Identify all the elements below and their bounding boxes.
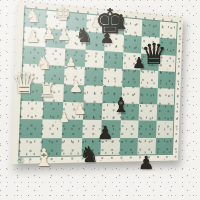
- piece-white-pawn-d3[interactable]: ♟: [73, 102, 86, 117]
- square-h4[interactable]: [157, 88, 175, 105]
- piece-black-pawn-e2[interactable]: ♟: [97, 124, 113, 142]
- square-f1[interactable]: [119, 138, 138, 155]
- board-maker-logo-icon: ♔: [17, 157, 25, 166]
- square-a3[interactable]: [21, 101, 43, 120]
- piece-white-knight-a8[interactable]: ♞: [25, 7, 41, 25]
- piece-white-rook-b4[interactable]: ♜: [38, 80, 56, 100]
- piece-white-pawn-b7[interactable]: ♟: [42, 26, 56, 42]
- piece-black-queen-g6[interactable]: ♛: [141, 40, 167, 69]
- square-f2[interactable]: [120, 120, 139, 137]
- piece-black-pawn-g1[interactable]: ♟: [138, 154, 154, 172]
- square-d5[interactable]: [84, 67, 104, 85]
- piece-white-pawn-c6[interactable]: ♟: [66, 56, 77, 68]
- square-g5[interactable]: [140, 70, 158, 88]
- piece-black-bishop-f3[interactable]: ♝: [112, 95, 130, 115]
- square-h5[interactable]: [157, 71, 175, 88]
- square-e5[interactable]: [103, 68, 122, 86]
- square-h3[interactable]: [156, 104, 174, 121]
- square-g8[interactable]: [142, 20, 160, 38]
- piece-white-pawn-c3[interactable]: ♟: [58, 111, 70, 124]
- square-f5[interactable]: [122, 69, 141, 87]
- table-surface: ♔ ♞♚♟♟♟♟♟♞♛♜♟♟♟♝♚♝♞♟♟♛♝♟♞♟: [0, 0, 200, 200]
- square-f7[interactable]: [123, 35, 142, 53]
- piece-white-pawn-c4[interactable]: ♟: [69, 79, 83, 95]
- piece-black-knight-d1[interactable]: ♞: [79, 144, 99, 166]
- piece-black-knight-d7[interactable]: ♞: [75, 25, 93, 45]
- square-h1[interactable]: [155, 138, 173, 155]
- square-g3[interactable]: [139, 104, 157, 121]
- piece-white-king-b8[interactable]: ♚: [55, 5, 71, 23]
- square-h2[interactable]: [156, 121, 174, 138]
- piece-white-knight-b5[interactable]: ♞: [36, 54, 52, 72]
- piece-white-pawn-c7[interactable]: ♟: [57, 27, 71, 43]
- piece-black-pawn-e7[interactable]: ♟: [100, 30, 114, 46]
- square-a2[interactable]: [20, 119, 42, 138]
- piece-white-queen-a4[interactable]: ♛: [11, 69, 37, 98]
- piece-white-pawn-a7[interactable]: ♟: [26, 29, 40, 45]
- piece-white-bishop-b1[interactable]: ♝: [33, 146, 55, 170]
- square-e6[interactable]: [104, 51, 123, 69]
- square-d6[interactable]: [84, 50, 104, 69]
- square-g4[interactable]: [139, 87, 157, 104]
- piece-black-bishop-f8[interactable]: ♝: [112, 12, 130, 32]
- square-g2[interactable]: [138, 121, 156, 138]
